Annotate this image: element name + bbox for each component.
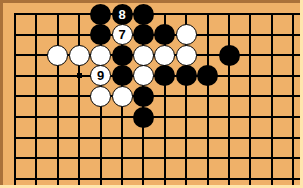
grid-vline bbox=[78, 13, 80, 185]
stone-black[interactable] bbox=[133, 24, 154, 45]
move-7-stone[interactable]: 7 bbox=[112, 24, 133, 45]
stone-black[interactable] bbox=[219, 45, 240, 66]
grid-vline bbox=[271, 13, 273, 185]
stone-black[interactable] bbox=[154, 24, 175, 45]
star-point bbox=[77, 73, 82, 78]
board-frame-left bbox=[0, 0, 3, 188]
stone-black[interactable] bbox=[90, 4, 111, 25]
stone-black[interactable] bbox=[154, 65, 175, 86]
stone-white[interactable] bbox=[90, 45, 111, 66]
stone-white[interactable] bbox=[154, 45, 175, 66]
stone-white[interactable] bbox=[112, 86, 133, 107]
grid-vline bbox=[35, 13, 37, 185]
grid-vline bbox=[14, 13, 16, 185]
stone-black[interactable] bbox=[133, 107, 154, 128]
grid-vline bbox=[292, 13, 294, 185]
grid-vline bbox=[57, 13, 59, 185]
stone-black[interactable] bbox=[176, 65, 197, 86]
stone-white[interactable] bbox=[47, 45, 68, 66]
stone-black[interactable] bbox=[112, 45, 133, 66]
board-frame-bottom bbox=[0, 185, 303, 188]
board-frame-right bbox=[300, 0, 303, 188]
stone-black[interactable] bbox=[90, 24, 111, 45]
stone-black[interactable] bbox=[133, 86, 154, 107]
grid-vline bbox=[249, 13, 251, 185]
stone-black[interactable] bbox=[133, 4, 154, 25]
stone-white[interactable] bbox=[176, 45, 197, 66]
stone-white[interactable] bbox=[69, 45, 90, 66]
stone-white[interactable] bbox=[133, 65, 154, 86]
stone-white[interactable] bbox=[176, 24, 197, 45]
go-board: 879 bbox=[0, 0, 303, 188]
grid-vline bbox=[207, 13, 209, 185]
move-9-stone[interactable]: 9 bbox=[90, 65, 111, 86]
stone-black[interactable] bbox=[197, 65, 218, 86]
stone-black[interactable] bbox=[112, 65, 133, 86]
move-8-stone[interactable]: 8 bbox=[112, 4, 133, 25]
board-frame-top bbox=[0, 0, 303, 3]
stone-white[interactable] bbox=[90, 86, 111, 107]
stone-white[interactable] bbox=[133, 45, 154, 66]
grid-vline bbox=[228, 13, 230, 185]
